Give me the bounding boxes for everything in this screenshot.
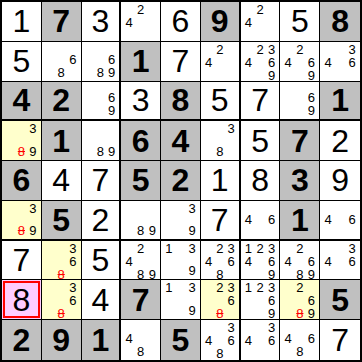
solved-digit: 4 — [92, 284, 110, 316]
candidate-digit: 9 — [27, 145, 39, 158]
candidate-digit: 2 — [254, 281, 266, 294]
cell-r4c7[interactable]: 5 — [241, 121, 281, 161]
eliminated-candidate-digit: 8 — [214, 307, 225, 320]
solved-digit: 2 — [92, 204, 110, 236]
eliminated-candidate-digit: 8 — [294, 307, 306, 320]
cell-r1c2[interactable]: 7 — [42, 2, 82, 42]
solved-digit: 7 — [172, 45, 190, 77]
solved-digit: 7 — [211, 204, 229, 236]
candidate-digit: 6 — [306, 56, 318, 69]
given-digit: 7 — [132, 284, 150, 316]
pencil-marks: 68 — [42, 42, 81, 81]
candidate-digit: 8 — [135, 345, 147, 358]
cell-r9c1[interactable]: 2 — [2, 320, 42, 360]
candidate-digit: 3 — [186, 242, 198, 255]
candidate-digit: 3 — [346, 242, 358, 255]
candidate-digit: 9 — [106, 145, 117, 158]
given-digit: 5 — [132, 164, 150, 196]
cell-r3c3[interactable]: 69 — [82, 82, 122, 122]
candidate-digit: 8 — [135, 268, 147, 281]
cell-r6c5[interactable]: 39 — [161, 201, 201, 241]
solved-digit: 9 — [331, 164, 349, 196]
candidate-digit: 3 — [27, 122, 39, 135]
candidate-digit: 8 — [55, 66, 67, 79]
candidate-digit: 2 — [254, 242, 266, 255]
cell-r1c4[interactable]: 24 — [121, 2, 161, 42]
given-digit: 2 — [12, 324, 30, 356]
candidate-digit: 4 — [322, 255, 334, 268]
eliminated-candidate-digit: 8 — [16, 224, 28, 237]
given-digit: 1 — [52, 125, 70, 157]
cell-r3c9[interactable]: 1 — [320, 82, 360, 122]
candidate-digit: 1 — [243, 242, 255, 255]
candidate-digit: 9 — [266, 69, 278, 82]
candidate-digit: 8 — [294, 345, 306, 358]
cell-r8c2[interactable]: 368 — [42, 280, 82, 320]
cell-r3c4[interactable]: 3 — [121, 82, 161, 122]
candidate-digit: 9 — [266, 268, 278, 281]
pencil-marks: 69 — [280, 82, 319, 120]
cell-r7c5[interactable]: 139 — [161, 241, 201, 281]
cell-r8c9[interactable]: 5 — [320, 280, 360, 320]
candidate-digit: 6 — [266, 213, 278, 226]
cell-r5c2[interactable]: 4 — [42, 161, 82, 201]
solved-digit: 2 — [331, 125, 349, 157]
cell-r6c7[interactable]: 46 — [241, 201, 281, 241]
cell-r6c1[interactable]: 389 — [2, 201, 42, 241]
solved-digit: 3 — [132, 84, 150, 116]
cell-r4c6[interactable]: 38 — [201, 121, 241, 161]
cell-r7c1[interactable]: 7 — [2, 241, 42, 281]
candidate-digit: 9 — [186, 304, 198, 317]
eliminated-candidate-digit: 8 — [16, 145, 28, 158]
pencil-marks: 89 — [121, 201, 160, 239]
pencil-marks: 24 — [201, 42, 239, 81]
candidate-digit: 2 — [294, 242, 306, 255]
cell-r5c1[interactable]: 6 — [2, 161, 42, 201]
candidate-digit: 9 — [147, 224, 159, 237]
cell-r4c2[interactable]: 1 — [42, 121, 82, 161]
cell-r6c9[interactable]: 46 — [320, 201, 360, 241]
pencil-marks: 346 — [241, 320, 280, 360]
solved-digit: 8 — [12, 284, 30, 316]
given-digit: 2 — [52, 84, 70, 116]
cell-r7c7[interactable]: 123469 — [241, 241, 281, 281]
pencil-marks: 139 — [161, 280, 200, 319]
cell-r9c4[interactable]: 48 — [121, 320, 161, 360]
candidate-digit: 2 — [254, 3, 266, 16]
cell-r1c9[interactable]: 8 — [320, 2, 360, 42]
sudoku-board: 1732469245856868917242346924693464269385… — [0, 0, 362, 362]
given-digit: 1 — [132, 45, 150, 77]
candidate-digit: 2 — [214, 43, 225, 56]
pencil-marks: 23468 — [201, 241, 239, 280]
cell-r1c7[interactable]: 24 — [241, 2, 281, 42]
cell-r6c8[interactable]: 1 — [280, 201, 320, 241]
pencil-marks: 24 — [121, 2, 160, 41]
cell-r3c2[interactable]: 2 — [42, 82, 82, 122]
pencil-marks: 48 — [121, 320, 160, 360]
pencil-marks: 389 — [2, 121, 41, 160]
cell-r8c5[interactable]: 139 — [161, 280, 201, 320]
solved-digit: 7 — [12, 244, 30, 276]
cell-r1c3[interactable]: 3 — [82, 2, 122, 42]
cell-r8c6[interactable]: 2368 — [201, 280, 241, 320]
candidate-digit: 9 — [306, 69, 318, 82]
candidate-digit: 3 — [67, 242, 79, 255]
candidate-digit: 8 — [95, 66, 106, 79]
pencil-marks: 689 — [82, 42, 120, 81]
cell-r5c7[interactable]: 8 — [241, 161, 281, 201]
candidate-digit: 4 — [243, 255, 255, 268]
pencil-marks: 38 — [201, 121, 239, 160]
solved-digit: 5 — [251, 125, 269, 157]
cell-r3c8[interactable]: 69 — [280, 82, 320, 122]
cell-r2c9[interactable]: 346 — [320, 42, 360, 82]
pencil-marks: 389 — [2, 201, 41, 239]
solved-digit: 1 — [12, 5, 30, 37]
candidate-digit: 4 — [123, 255, 135, 268]
cell-r2c6[interactable]: 24 — [201, 42, 241, 82]
solved-digit: 7 — [331, 324, 349, 356]
solved-digit: 8 — [251, 164, 269, 196]
solved-digit: 6 — [172, 5, 190, 37]
cell-r6c3[interactable]: 2 — [82, 201, 122, 241]
candidate-digit: 9 — [106, 66, 117, 79]
candidate-digit: 9 — [306, 104, 318, 117]
candidate-digit: 6 — [266, 255, 278, 268]
pencil-marks: 368 — [42, 241, 81, 280]
solved-digit: 5 — [12, 45, 30, 77]
solved-digit: 1 — [211, 164, 229, 196]
cell-r9c2[interactable]: 9 — [42, 320, 82, 360]
cell-r4c1[interactable]: 389 — [2, 121, 42, 161]
candidate-digit: 1 — [163, 242, 175, 255]
cell-r9c9[interactable]: 7 — [320, 320, 360, 360]
candidate-digit: 6 — [106, 53, 117, 66]
cell-r3c6[interactable]: 5 — [201, 82, 241, 122]
given-digit: 3 — [291, 164, 309, 196]
given-digit: 4 — [12, 84, 30, 116]
solved-digit: 3 — [92, 5, 110, 37]
pencil-marks: 24 — [241, 2, 280, 41]
given-digit: 8 — [331, 5, 349, 37]
cell-r6c2[interactable]: 5 — [42, 201, 82, 241]
candidate-digit: 8 — [135, 224, 147, 237]
candidate-digit: 3 — [266, 43, 278, 56]
given-digit: 7 — [291, 125, 309, 157]
cell-r5c3[interactable]: 7 — [82, 161, 122, 201]
given-digit: 6 — [132, 125, 150, 157]
cell-r2c7[interactable]: 23469 — [241, 42, 281, 82]
pencil-marks: 46 — [320, 201, 360, 239]
cell-r5c9[interactable]: 9 — [320, 161, 360, 201]
pencil-marks: 2469 — [280, 42, 319, 81]
cell-r7c8[interactable]: 24689 — [280, 241, 320, 281]
given-digit: 5 — [52, 204, 70, 236]
sudoku-app: 1732469245856868917242346924693464269385… — [0, 0, 362, 362]
solved-digit: 5 — [92, 244, 110, 276]
cell-r8c8[interactable]: 2689 — [280, 280, 320, 320]
given-digit: 9 — [211, 5, 229, 37]
pencil-marks: 3468 — [201, 320, 239, 360]
given-digit: 1 — [331, 84, 349, 116]
cell-r6c6[interactable]: 7 — [201, 201, 241, 241]
candidate-digit: 6 — [225, 255, 236, 268]
candidate-digit: 6 — [266, 56, 278, 69]
cell-r7c9[interactable]: 346 — [320, 241, 360, 281]
cell-r9c5[interactable]: 5 — [161, 320, 201, 360]
solved-digit: 7 — [92, 164, 110, 196]
candidate-digit: 9 — [147, 268, 159, 281]
given-digit: 6 — [12, 164, 30, 196]
eliminated-candidate-digit: 8 — [55, 307, 67, 320]
pencil-marks: 69 — [82, 82, 120, 120]
candidate-digit: 3 — [225, 122, 236, 135]
candidate-digit: 4 — [282, 255, 294, 268]
given-digit: 7 — [52, 5, 70, 37]
solved-digit: 7 — [251, 84, 269, 116]
solved-digit: 4 — [52, 164, 70, 196]
pencil-marks: 89 — [82, 121, 120, 160]
given-digit: 9 — [52, 324, 70, 356]
cell-r9c8[interactable]: 468 — [280, 320, 320, 360]
cell-r2c1[interactable]: 5 — [2, 42, 42, 82]
cell-r2c8[interactable]: 2469 — [280, 42, 320, 82]
candidate-digit: 3 — [27, 202, 39, 215]
cell-r8c1[interactable]: 8 — [2, 280, 42, 320]
pencil-marks: 139 — [161, 241, 200, 280]
given-digit: 2 — [172, 164, 190, 196]
cell-r5c4[interactable]: 5 — [121, 161, 161, 201]
pencil-marks: 12369 — [241, 280, 280, 319]
candidate-digit: 4 — [322, 56, 334, 69]
pencil-marks: 346 — [320, 42, 360, 81]
candidate-digit: 6 — [306, 255, 318, 268]
pencil-marks: 46 — [241, 201, 280, 239]
candidate-digit: 8 — [214, 347, 225, 360]
cell-r3c1[interactable]: 4 — [2, 82, 42, 122]
candidate-digit: 4 — [243, 213, 255, 226]
candidate-digit: 2 — [135, 242, 147, 255]
candidate-digit: 6 — [67, 294, 79, 307]
pencil-marks: 2689 — [280, 280, 319, 319]
cell-r9c3[interactable]: 1 — [82, 320, 122, 360]
cell-r7c3[interactable]: 5 — [82, 241, 122, 281]
candidate-digit: 8 — [214, 145, 225, 158]
candidate-digit: 4 — [243, 16, 255, 29]
candidate-digit: 6 — [225, 334, 236, 347]
candidate-digit: 6 — [346, 56, 358, 69]
candidate-digit: 3 — [186, 281, 198, 294]
candidate-digit: 4 — [203, 56, 214, 69]
candidate-digit: 4 — [243, 334, 255, 347]
candidate-digit: 9 — [306, 268, 318, 281]
cell-r2c4[interactable]: 1 — [121, 42, 161, 82]
cell-r7c6[interactable]: 23468 — [201, 241, 241, 281]
pencil-marks: 2489 — [121, 241, 160, 280]
candidate-digit: 9 — [266, 307, 278, 320]
candidate-digit: 3 — [186, 202, 198, 215]
candidate-digit: 6 — [67, 255, 79, 268]
cell-r2c2[interactable]: 68 — [42, 42, 82, 82]
cell-r2c5[interactable]: 7 — [161, 42, 201, 82]
pencil-marks: 468 — [280, 320, 319, 360]
cell-r3c7[interactable]: 7 — [241, 82, 281, 122]
candidate-digit: 9 — [186, 264, 198, 277]
cell-r9c6[interactable]: 3468 — [201, 320, 241, 360]
candidate-digit: 8 — [95, 145, 106, 158]
cell-r6c4[interactable]: 89 — [121, 201, 161, 241]
candidate-digit: 6 — [346, 255, 358, 268]
cell-r1c1[interactable]: 1 — [2, 2, 42, 42]
pencil-marks: 23469 — [241, 42, 280, 81]
given-digit: 1 — [92, 324, 110, 356]
cell-r9c7[interactable]: 346 — [241, 320, 281, 360]
candidate-digit: 8 — [214, 268, 225, 281]
candidate-digit: 1 — [243, 281, 255, 294]
candidate-digit: 9 — [27, 224, 39, 237]
candidate-digit: 4 — [203, 334, 214, 347]
given-digit: 1 — [291, 204, 309, 236]
candidate-digit: 6 — [306, 332, 318, 345]
candidate-digit: 4 — [123, 16, 135, 29]
candidate-digit: 6 — [67, 53, 79, 66]
cell-r4c5[interactable]: 4 — [161, 121, 201, 161]
pencil-marks: 2368 — [201, 280, 239, 319]
cell-r4c9[interactable]: 2 — [320, 121, 360, 161]
candidate-digit: 2 — [294, 281, 306, 294]
eliminated-candidate-digit: 8 — [55, 268, 67, 281]
cell-r5c5[interactable]: 2 — [161, 161, 201, 201]
cell-r5c8[interactable]: 3 — [280, 161, 320, 201]
given-digit: 8 — [172, 84, 190, 116]
cell-r7c2[interactable]: 368 — [42, 241, 82, 281]
pencil-marks: 39 — [161, 201, 200, 239]
cell-r1c8[interactable]: 5 — [280, 2, 320, 42]
candidate-digit: 2 — [135, 3, 147, 16]
cell-r8c4[interactable]: 7 — [121, 280, 161, 320]
candidate-digit: 8 — [294, 268, 306, 281]
candidate-digit: 9 — [306, 307, 318, 320]
pencil-marks: 24689 — [280, 241, 319, 280]
candidate-digit: 6 — [346, 213, 358, 226]
candidate-digit: 1 — [163, 281, 175, 294]
cell-r5c6[interactable]: 1 — [201, 161, 241, 201]
candidate-digit: 2 — [254, 43, 266, 56]
candidate-digit: 9 — [186, 224, 198, 237]
solved-digit: 5 — [291, 5, 309, 37]
given-digit: 4 — [172, 125, 190, 157]
candidate-digit: 3 — [225, 242, 236, 255]
pencil-marks: 123469 — [241, 241, 280, 280]
pencil-marks: 346 — [320, 241, 360, 280]
candidate-digit: 4 — [123, 332, 135, 345]
candidate-digit: 2 — [294, 43, 306, 56]
candidate-digit: 4 — [243, 56, 255, 69]
cell-r8c7[interactable]: 12369 — [241, 280, 281, 320]
cell-r1c6[interactable]: 9 — [201, 2, 241, 42]
cell-r8c3[interactable]: 4 — [82, 280, 122, 320]
given-digit: 5 — [172, 324, 190, 356]
cell-r4c8[interactable]: 7 — [280, 121, 320, 161]
candidate-digit: 6 — [225, 294, 236, 307]
candidate-digit: 3 — [266, 242, 278, 255]
cell-r1c5[interactable]: 6 — [161, 2, 201, 42]
cell-r3c5[interactable]: 8 — [161, 82, 201, 122]
cell-r4c3[interactable]: 89 — [82, 121, 122, 161]
candidate-digit: 9 — [106, 104, 117, 117]
solved-digit: 5 — [211, 84, 229, 116]
cell-r7c4[interactable]: 2489 — [121, 241, 161, 281]
candidate-digit: 4 — [322, 213, 334, 226]
candidate-digit: 2 — [214, 242, 225, 255]
candidate-digit: 6 — [266, 334, 278, 347]
candidate-digit: 2 — [214, 281, 225, 294]
cell-r2c3[interactable]: 689 — [82, 42, 122, 82]
pencil-marks: 368 — [42, 280, 81, 319]
given-digit: 5 — [331, 284, 349, 316]
candidate-digit: 3 — [346, 43, 358, 56]
candidate-digit: 4 — [282, 332, 294, 345]
cell-r4c4[interactable]: 6 — [121, 121, 161, 161]
candidate-digit: 4 — [282, 56, 294, 69]
candidate-digit: 4 — [203, 255, 214, 268]
